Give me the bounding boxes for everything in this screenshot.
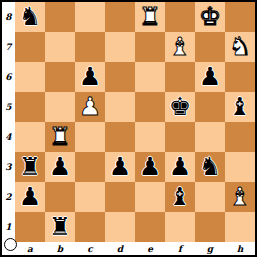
square-d5[interactable] (105, 92, 135, 122)
square-c2[interactable] (75, 182, 105, 212)
black-rook-a3[interactable]: ♜ (15, 152, 45, 182)
black-king-f5[interactable]: ♚ (165, 92, 195, 122)
square-e2[interactable] (135, 182, 165, 212)
black-pawn-a2[interactable]: ♟ (15, 182, 45, 212)
square-b3[interactable]: ♟ (45, 152, 75, 182)
rank-label-3: 3 (2, 152, 15, 182)
square-g4[interactable] (195, 122, 225, 152)
file-label-b: b (45, 242, 75, 255)
square-f6[interactable] (165, 62, 195, 92)
square-a5[interactable] (15, 92, 45, 122)
square-h4[interactable] (225, 122, 255, 152)
square-a1[interactable] (15, 212, 45, 242)
black-pawn-c6[interactable]: ♟ (75, 62, 105, 92)
square-b7[interactable] (45, 32, 75, 62)
square-b5[interactable] (45, 92, 75, 122)
black-pawn-e3[interactable]: ♟ (135, 152, 165, 182)
square-g8[interactable]: ♚ (195, 2, 225, 32)
square-e7[interactable] (135, 32, 165, 62)
square-b1[interactable]: ♜ (45, 212, 75, 242)
square-e1[interactable] (135, 212, 165, 242)
square-g7[interactable] (195, 32, 225, 62)
square-d3[interactable]: ♟ (105, 152, 135, 182)
black-knight-g3[interactable]: ♞ (195, 152, 225, 182)
square-h7[interactable]: ♞ (225, 32, 255, 62)
black-pawn-b3[interactable]: ♟ (45, 152, 75, 182)
square-h2[interactable]: ♝ (225, 182, 255, 212)
rank-label-7: 7 (2, 32, 15, 62)
board-corner (2, 242, 15, 255)
square-b6[interactable] (45, 62, 75, 92)
square-d2[interactable] (105, 182, 135, 212)
square-g5[interactable] (195, 92, 225, 122)
square-f2[interactable]: ♝ (165, 182, 195, 212)
white-rook-b4[interactable]: ♜ (45, 122, 75, 152)
white-pawn-c5[interactable]: ♟ (75, 92, 105, 122)
rank-label-6: 6 (2, 62, 15, 92)
square-a7[interactable] (15, 32, 45, 62)
square-g1[interactable] (195, 212, 225, 242)
square-g6[interactable]: ♟ (195, 62, 225, 92)
rank-label-4: 4 (2, 122, 15, 152)
square-d4[interactable] (105, 122, 135, 152)
file-label-g: g (195, 242, 225, 255)
square-a8[interactable]: ♞ (15, 2, 45, 32)
black-pawn-g6[interactable]: ♟ (195, 62, 225, 92)
square-c8[interactable] (75, 2, 105, 32)
square-b4[interactable]: ♜ (45, 122, 75, 152)
square-f5[interactable]: ♚ (165, 92, 195, 122)
square-f1[interactable] (165, 212, 195, 242)
square-g3[interactable]: ♞ (195, 152, 225, 182)
white-rook-e8[interactable]: ♜ (135, 2, 165, 32)
square-e6[interactable] (135, 62, 165, 92)
file-label-f: f (165, 242, 195, 255)
rank-label-2: 2 (2, 182, 15, 212)
file-label-a: a (15, 242, 45, 255)
square-f8[interactable] (165, 2, 195, 32)
square-h1[interactable] (225, 212, 255, 242)
square-c4[interactable] (75, 122, 105, 152)
square-a4[interactable] (15, 122, 45, 152)
square-c3[interactable] (75, 152, 105, 182)
white-king-g8[interactable]: ♚ (195, 2, 225, 32)
black-rook-b1[interactable]: ♜ (45, 212, 75, 242)
white-knight-h7[interactable]: ♞ (225, 32, 255, 62)
square-a2[interactable]: ♟ (15, 182, 45, 212)
black-pawn-d3[interactable]: ♟ (105, 152, 135, 182)
square-g2[interactable] (195, 182, 225, 212)
square-a3[interactable]: ♜ (15, 152, 45, 182)
square-b2[interactable] (45, 182, 75, 212)
square-a6[interactable] (15, 62, 45, 92)
square-h8[interactable] (225, 2, 255, 32)
square-e5[interactable] (135, 92, 165, 122)
file-label-d: d (105, 242, 135, 255)
square-e3[interactable]: ♟ (135, 152, 165, 182)
square-h6[interactable] (225, 62, 255, 92)
square-c5[interactable]: ♟ (75, 92, 105, 122)
square-h5[interactable]: ♝ (225, 92, 255, 122)
square-h3[interactable] (225, 152, 255, 182)
square-c7[interactable] (75, 32, 105, 62)
file-label-c: c (75, 242, 105, 255)
square-f4[interactable] (165, 122, 195, 152)
rank-label-5: 5 (2, 92, 15, 122)
file-label-e: e (135, 242, 165, 255)
square-d6[interactable] (105, 62, 135, 92)
square-d1[interactable] (105, 212, 135, 242)
file-label-h: h (225, 242, 255, 255)
square-f7[interactable]: ♝ (165, 32, 195, 62)
rank-label-8: 8 (2, 2, 15, 32)
black-bishop-h5[interactable]: ♝ (225, 92, 255, 122)
black-pawn-f3[interactable]: ♟ (165, 152, 195, 182)
white-bishop-f7[interactable]: ♝ (165, 32, 195, 62)
black-knight-a8[interactable]: ♞ (15, 2, 45, 32)
chess-diagram: 8♞♜♚7♝♞6♟♟5♟♚♝4♜3♜♟♟♟♟♞2♟♝♝1♜abcdefgh (0, 0, 257, 257)
square-d7[interactable] (105, 32, 135, 62)
chess-board: 8♞♜♚7♝♞6♟♟5♟♚♝4♜3♜♟♟♟♟♞2♟♝♝1♜abcdefgh (2, 2, 255, 255)
black-bishop-f2[interactable]: ♝ (165, 182, 195, 212)
square-d8[interactable] (105, 2, 135, 32)
white-bishop-h2[interactable]: ♝ (225, 182, 255, 212)
square-b8[interactable] (45, 2, 75, 32)
square-f3[interactable]: ♟ (165, 152, 195, 182)
white-to-move-indicator (4, 238, 17, 251)
square-e8[interactable]: ♜ (135, 2, 165, 32)
square-c1[interactable] (75, 212, 105, 242)
square-c6[interactable]: ♟ (75, 62, 105, 92)
square-e4[interactable] (135, 122, 165, 152)
